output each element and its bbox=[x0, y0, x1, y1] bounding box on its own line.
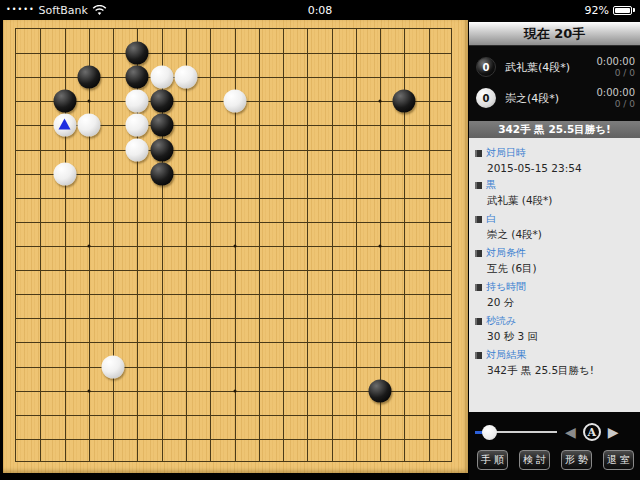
grid-line-horizontal bbox=[16, 342, 451, 343]
star-point bbox=[379, 245, 382, 248]
white-stone bbox=[126, 90, 149, 113]
app-screen: ••••• SoftBank 0:08 92% 現在 20手 0 bbox=[0, 0, 640, 480]
game-info-list: 対局日時 2015-05-15 23:54 黒 武礼葉 (4段*) 白 崇之 (… bbox=[469, 138, 640, 412]
info-item-date: 対局日時 2015-05-15 23:54 bbox=[475, 146, 636, 174]
board-grid bbox=[15, 28, 452, 462]
info-label: 対局結果 bbox=[486, 348, 526, 362]
info-value: 崇之 (4段*) bbox=[475, 228, 636, 242]
grid-line-horizontal bbox=[16, 222, 451, 223]
move-slider[interactable] bbox=[475, 424, 557, 440]
black-stone bbox=[150, 138, 173, 161]
grid-line-vertical bbox=[259, 29, 260, 461]
estimate-button[interactable]: 形勢 bbox=[561, 450, 592, 470]
black-stone bbox=[126, 42, 149, 65]
info-value: 20 分 bbox=[475, 296, 636, 310]
slider-knob[interactable] bbox=[482, 425, 497, 440]
grid-line-vertical bbox=[186, 29, 187, 461]
bullet-icon bbox=[475, 182, 482, 189]
black-stone bbox=[77, 66, 100, 89]
white-stone bbox=[102, 355, 125, 378]
grid-line-horizontal bbox=[16, 318, 451, 319]
star-point bbox=[233, 389, 236, 392]
grid-line-horizontal bbox=[16, 270, 451, 271]
white-player-times: 0:00:00 0 / 0 bbox=[596, 87, 635, 110]
info-label: 黒 bbox=[486, 178, 496, 192]
info-label: 対局条件 bbox=[486, 246, 526, 260]
info-value: 342手 黒 25.5目勝ち! bbox=[475, 364, 636, 378]
grid-line-vertical bbox=[356, 29, 357, 461]
status-bar: ••••• SoftBank 0:08 92% bbox=[0, 0, 640, 20]
grid-line-horizontal bbox=[16, 174, 451, 175]
sidebar: 現在 20手 0 武礼葉(4段*) 0:00:00 0 / 0 0 崇之(4段*… bbox=[469, 20, 640, 480]
info-item-conditions: 対局条件 互先 (6目) bbox=[475, 246, 636, 276]
info-item-byoyomi: 秒読み 30 秒 3 回 bbox=[475, 314, 636, 344]
battery-tip-icon bbox=[633, 8, 635, 12]
info-label: 対局日時 bbox=[486, 146, 526, 160]
white-stone bbox=[126, 138, 149, 161]
players-panel: 0 武礼葉(4段*) 0:00:00 0 / 0 0 崇之(4段*) 0:00:… bbox=[469, 46, 640, 121]
grid-line-vertical bbox=[283, 29, 284, 461]
leave-room-button[interactable]: 退室 bbox=[603, 450, 634, 470]
result-banner: 342手 黒 25.5目勝ち! bbox=[469, 121, 640, 138]
white-stone bbox=[77, 114, 100, 137]
info-item-main-time: 持ち時間 20 分 bbox=[475, 280, 636, 310]
white-stone bbox=[150, 66, 173, 89]
review-button[interactable]: 検討 bbox=[519, 450, 550, 470]
bullet-icon bbox=[475, 318, 482, 325]
grid-line-vertical bbox=[429, 29, 430, 461]
prev-move-button[interactable]: ◀ bbox=[565, 425, 576, 439]
battery-icon bbox=[613, 6, 632, 15]
white-stone bbox=[53, 162, 76, 185]
black-stone bbox=[150, 114, 173, 137]
auto-play-button[interactable]: A bbox=[583, 423, 601, 441]
info-value: 互先 (6目) bbox=[475, 262, 636, 276]
playback-controls: ◀ A ▶ 手順 検討 形勢 退室 bbox=[469, 412, 640, 480]
white-captures-stone-icon: 0 bbox=[476, 88, 496, 108]
info-item-black: 黒 武礼葉 (4段*) bbox=[475, 178, 636, 208]
black-stone bbox=[150, 90, 173, 113]
info-value: 武礼葉 (4段*) bbox=[475, 194, 636, 208]
grid-line-horizontal bbox=[16, 150, 451, 151]
star-point bbox=[87, 389, 90, 392]
go-board[interactable] bbox=[0, 20, 469, 480]
black-clock: 0:00:00 bbox=[596, 56, 635, 68]
black-periods: 0 / 0 bbox=[596, 68, 635, 79]
grid-line-vertical bbox=[210, 29, 211, 461]
player-row-white: 0 崇之(4段*) 0:00:00 0 / 0 bbox=[476, 84, 635, 112]
white-stone bbox=[223, 90, 246, 113]
last-move-triangle-marker bbox=[59, 119, 71, 130]
white-stone bbox=[53, 114, 76, 137]
slider-row: ◀ A ▶ bbox=[475, 421, 634, 443]
player-row-black: 0 武礼葉(4段*) 0:00:00 0 / 0 bbox=[476, 53, 635, 81]
move-counter-header: 現在 20手 bbox=[469, 22, 640, 46]
info-label: 持ち時間 bbox=[486, 280, 526, 294]
black-stone bbox=[150, 162, 173, 185]
moves-button[interactable]: 手順 bbox=[477, 450, 508, 470]
bullet-icon bbox=[475, 284, 482, 291]
star-point bbox=[87, 100, 90, 103]
star-point bbox=[379, 100, 382, 103]
grid-line-vertical bbox=[332, 29, 333, 461]
star-point bbox=[87, 245, 90, 248]
grid-line-horizontal bbox=[16, 198, 451, 199]
action-button-row: 手順 検討 形勢 退室 bbox=[475, 450, 634, 470]
black-player-times: 0:00:00 0 / 0 bbox=[596, 56, 635, 79]
white-clock: 0:00:00 bbox=[596, 87, 635, 99]
grid-line-vertical bbox=[113, 29, 114, 461]
info-item-result: 対局結果 342手 黒 25.5目勝ち! bbox=[475, 348, 636, 378]
grid-line-vertical bbox=[40, 29, 41, 461]
info-value: 2015-05-15 23:54 bbox=[475, 162, 636, 174]
black-stone bbox=[393, 90, 416, 113]
grid-line-horizontal bbox=[16, 53, 451, 54]
info-item-white: 白 崇之 (4段*) bbox=[475, 212, 636, 242]
bullet-icon bbox=[475, 150, 482, 157]
white-player-name: 崇之(4段*) bbox=[505, 91, 596, 106]
white-periods: 0 / 0 bbox=[596, 99, 635, 110]
white-stone bbox=[126, 114, 149, 137]
bullet-icon bbox=[475, 216, 482, 223]
black-stone bbox=[53, 90, 76, 113]
clock: 0:08 bbox=[0, 4, 640, 17]
black-stone bbox=[369, 379, 392, 402]
bullet-icon bbox=[475, 250, 482, 257]
info-label: 秒読み bbox=[486, 314, 516, 328]
grid-line-horizontal bbox=[16, 415, 451, 416]
info-label: 白 bbox=[486, 212, 496, 226]
grid-line-horizontal bbox=[16, 294, 451, 295]
status-right: 92% bbox=[585, 4, 640, 17]
grid-line-vertical bbox=[307, 29, 308, 461]
grid-line-horizontal bbox=[16, 367, 451, 368]
grid-line-horizontal bbox=[16, 439, 451, 440]
black-player-name: 武礼葉(4段*) bbox=[505, 60, 596, 75]
black-captures-stone-icon: 0 bbox=[476, 57, 496, 77]
next-move-button[interactable]: ▶ bbox=[608, 425, 619, 439]
black-stone bbox=[126, 66, 149, 89]
info-value: 30 秒 3 回 bbox=[475, 330, 636, 344]
battery-percent: 92% bbox=[585, 4, 609, 17]
star-point bbox=[233, 245, 236, 248]
white-stone bbox=[174, 66, 197, 89]
main-content: 現在 20手 0 武礼葉(4段*) 0:00:00 0 / 0 0 崇之(4段*… bbox=[0, 20, 640, 480]
bullet-icon bbox=[475, 352, 482, 359]
board-wood bbox=[3, 20, 468, 473]
